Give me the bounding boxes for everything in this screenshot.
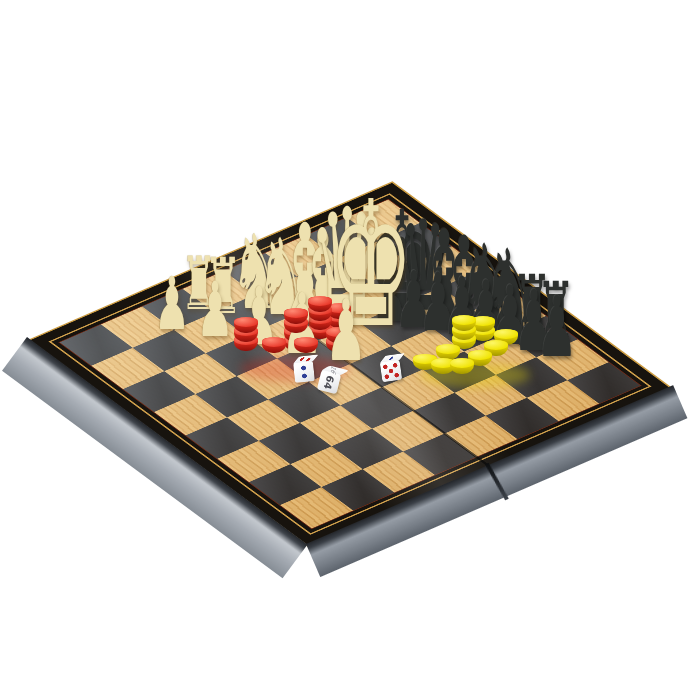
die-front-face [293, 361, 315, 383]
die-front-face [380, 360, 403, 383]
die-blue-pips[interactable] [293, 361, 315, 383]
doubling-cube-value: 64 [322, 374, 336, 390]
product-photo-chess-set: ♜♜♞♞♝♝♛♚♟♟♟♟♟♚♛♝♝♞♞♜♜♟♟♟♟♟♟♟♟ 64 16 [0, 0, 700, 700]
fold-seam-notch [485, 463, 509, 501]
die-red-pips[interactable] [380, 360, 403, 383]
